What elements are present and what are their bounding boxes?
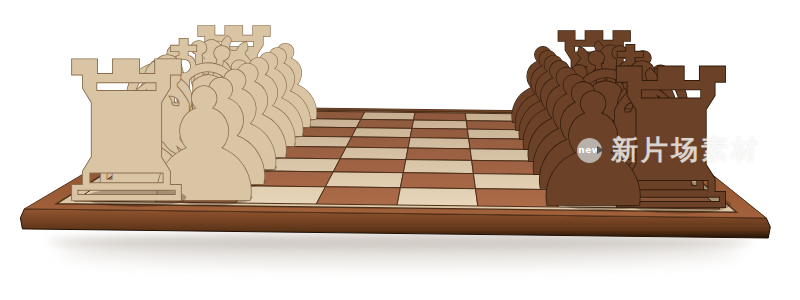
scene: ♟♜♜♟♟♞♞♟♟♝♝♟♟♛♛♟♟♚♚♟♟♝♝♟♟♞♞♟♟♜♜♟ new 新片场…	[0, 0, 800, 300]
square-g5[interactable]	[400, 173, 475, 189]
square-d5[interactable]	[408, 138, 470, 149]
square-h4[interactable]	[316, 187, 400, 205]
square-a4[interactable]	[361, 112, 415, 120]
square-c4[interactable]	[352, 128, 412, 138]
piece-white-rook-h1[interactable]: ♜	[40, 21, 213, 245]
square-a5[interactable]	[414, 113, 467, 121]
square-g4[interactable]	[325, 172, 403, 188]
square-e5[interactable]	[406, 148, 472, 160]
square-h5[interactable]	[397, 188, 478, 206]
chessboard: ♟♜♜♟♟♞♞♟♟♝♝♟♟♛♛♟♟♚♚♟♟♝♝♟♟♞♞♟♟♜♜♟	[0, 0, 800, 300]
square-e4[interactable]	[340, 147, 408, 159]
square-b5[interactable]	[412, 120, 468, 129]
square-f5[interactable]	[403, 160, 473, 174]
square-f4[interactable]	[333, 159, 406, 173]
square-d4[interactable]	[346, 137, 410, 148]
piece-black-pawn-h7[interactable]: ♟	[523, 60, 663, 242]
square-c5[interactable]	[410, 128, 469, 138]
square-b4[interactable]	[356, 119, 413, 128]
